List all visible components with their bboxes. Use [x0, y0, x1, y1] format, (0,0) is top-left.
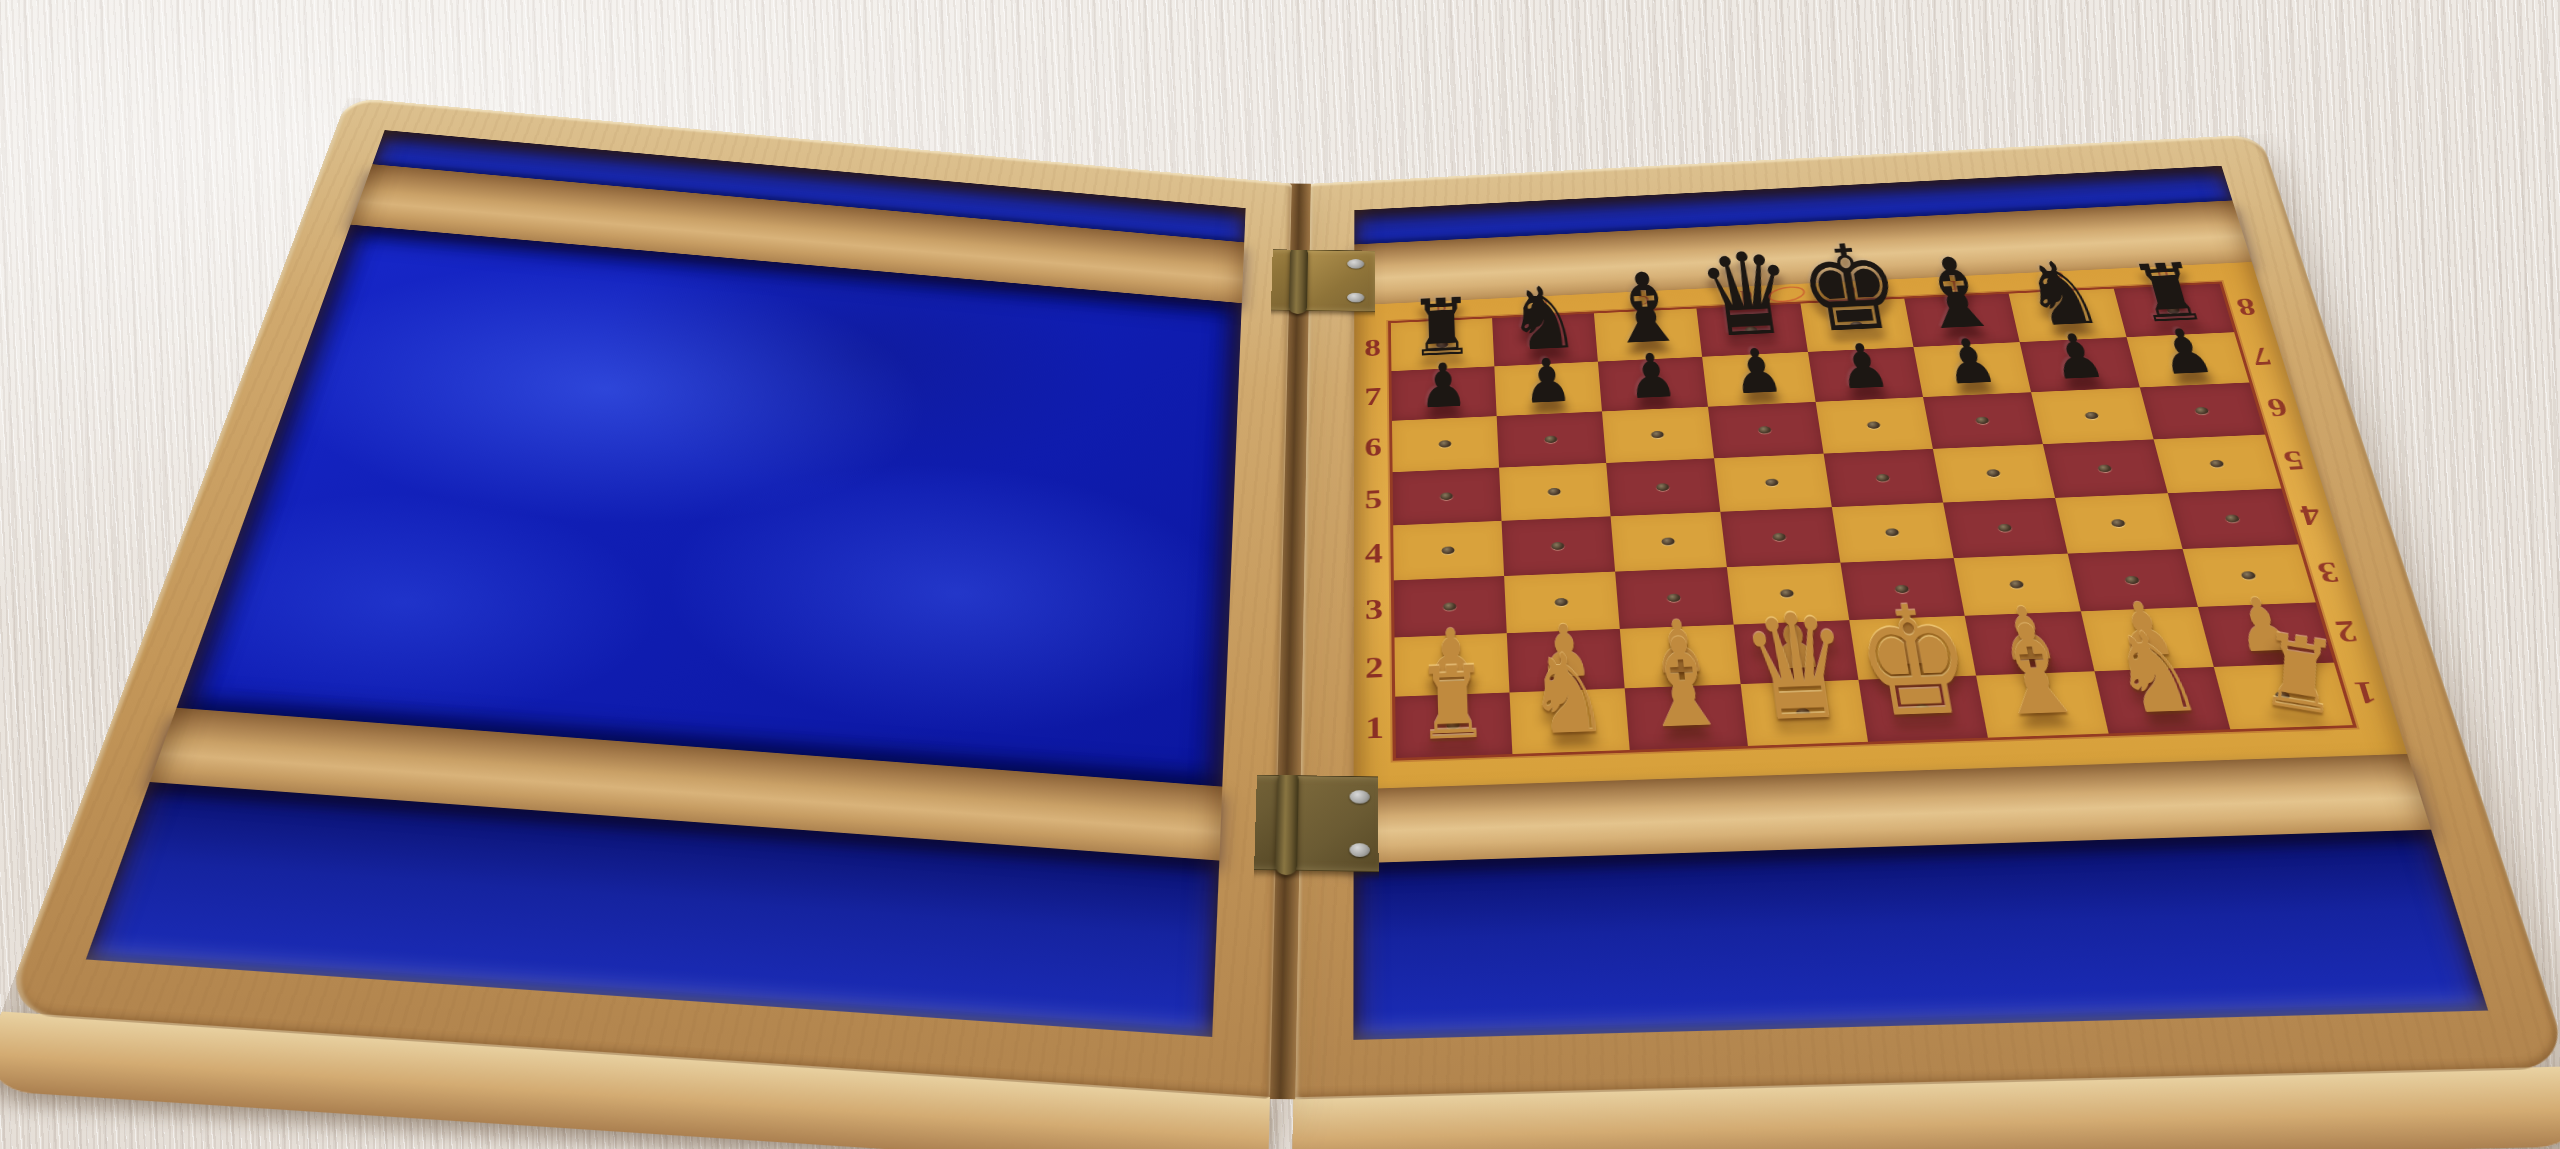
peg-hole: [1662, 537, 1676, 545]
peg-hole: [1443, 602, 1456, 610]
square-f5[interactable]: [1933, 444, 2055, 502]
square-e5[interactable]: [1823, 448, 1943, 506]
rank-labels-left: 87654321: [1354, 323, 1396, 759]
square-h7[interactable]: ♟: [2126, 332, 2249, 387]
peg-hole: [1997, 523, 2012, 531]
peg-hole: [2084, 411, 2099, 419]
square-g1[interactable]: ♞: [2094, 666, 2230, 733]
square-c6[interactable]: [1602, 406, 1714, 462]
rank-label-left-8: 8: [1354, 323, 1391, 373]
peg-hole: [1765, 478, 1779, 486]
square-b1[interactable]: ♞: [1510, 688, 1630, 754]
peg-hole: [1555, 597, 1569, 605]
peg-hole: [1866, 421, 1880, 429]
peg-hole: [2110, 519, 2125, 527]
square-b4[interactable]: [1502, 516, 1616, 576]
travel-chess-set-photo: abcdefgh 87654321 ♜♞♝♛♚♝♞♜♟♟♟♟♟♟♟♟♟♟♟♟♟♟…: [0, 0, 2560, 1149]
square-h6[interactable]: [2140, 382, 2265, 439]
square-h5[interactable]: [2153, 434, 2281, 493]
rank-label-left-5: 5: [1354, 472, 1393, 527]
peg-hole: [1884, 528, 1899, 536]
square-e4[interactable]: [1831, 502, 1953, 562]
rank-label-left-3: 3: [1354, 580, 1395, 639]
rank-label-left-7: 7: [1354, 371, 1392, 422]
peg-hole: [2224, 514, 2240, 522]
peg-hole: [1773, 532, 1787, 540]
square-a4[interactable]: [1393, 520, 1504, 580]
square-b6[interactable]: [1497, 411, 1607, 467]
peg-hole: [2009, 580, 2024, 589]
white-knight-b1[interactable]: ♞: [1524, 637, 1612, 750]
square-d4[interactable]: [1721, 507, 1840, 567]
black-pawn-b7[interactable]: ♟: [1521, 349, 1574, 412]
square-g4[interactable]: [2055, 493, 2183, 553]
rank-label-left-6: 6: [1354, 420, 1393, 473]
box-front-edge-right: [1292, 1066, 2560, 1149]
square-h1[interactable]: ♜: [2214, 662, 2353, 729]
black-pawn-d7[interactable]: ♟: [1728, 340, 1786, 403]
peg-hole: [1651, 430, 1664, 438]
square-b7[interactable]: ♟: [1494, 361, 1602, 416]
peg-hole: [1656, 483, 1670, 491]
black-pawn-a7[interactable]: ♟: [1418, 354, 1469, 417]
square-c4[interactable]: [1611, 511, 1727, 571]
rank-label-left-2: 2: [1354, 637, 1395, 698]
square-f4[interactable]: [1943, 497, 2068, 557]
square-g5[interactable]: [2043, 439, 2168, 498]
peg-hole: [2097, 464, 2112, 472]
square-d1[interactable]: ♛: [1741, 679, 1867, 745]
peg-hole: [1667, 593, 1681, 601]
peg-hole: [2240, 571, 2256, 580]
peg-hole: [1975, 416, 1989, 424]
square-c5[interactable]: [1606, 458, 1720, 516]
peg-hole: [1551, 541, 1564, 549]
square-g7[interactable]: ♟: [2019, 337, 2139, 392]
hinge-knuckle: [1289, 246, 1308, 314]
peg-hole: [1548, 487, 1561, 495]
white-queen-d1[interactable]: ♛: [1735, 594, 1863, 743]
square-h4[interactable]: [2168, 488, 2299, 549]
square-e1[interactable]: ♚: [1858, 675, 1988, 741]
black-pawn-c7[interactable]: ♟: [1624, 345, 1680, 408]
open-chess-box: abcdefgh 87654321 ♜♞♝♛♚♝♞♜♟♟♟♟♟♟♟♟♟♟♟♟♟♟…: [43, 171, 2536, 1120]
rank-label-left-1: 1: [1354, 696, 1396, 759]
square-d7[interactable]: ♟: [1702, 351, 1815, 406]
square-c1[interactable]: ♝: [1625, 684, 1748, 750]
peg-hole: [1986, 469, 2001, 477]
peg-hole: [1875, 473, 1889, 481]
square-c7[interactable]: ♟: [1598, 356, 1708, 411]
hinge-knuckle: [1275, 770, 1299, 875]
white-bishop-c1[interactable]: ♝: [1632, 621, 1735, 747]
peg-hole: [1439, 440, 1452, 448]
rank-label-left-4: 4: [1354, 525, 1394, 582]
square-f7[interactable]: ♟: [1913, 342, 2031, 397]
square-f6[interactable]: [1923, 392, 2043, 449]
white-rook-a1[interactable]: ♜: [1415, 652, 1491, 754]
square-f1[interactable]: ♝: [1976, 671, 2109, 737]
peg-hole: [1442, 546, 1455, 554]
square-a1[interactable]: ♜: [1395, 692, 1512, 758]
peg-hole: [2209, 459, 2224, 467]
peg-hole: [1545, 435, 1558, 443]
peg-hole: [2194, 406, 2209, 414]
square-a7[interactable]: ♟: [1391, 366, 1496, 420]
peg-hole: [2124, 575, 2140, 584]
square-e7[interactable]: ♟: [1807, 347, 1922, 402]
square-e6[interactable]: [1815, 397, 1932, 454]
peg-hole: [1758, 426, 1772, 434]
lid-velvet-lining: [177, 224, 1242, 786]
board-bottom-tray-velvet: [1353, 829, 2488, 1039]
square-d5[interactable]: [1714, 453, 1831, 511]
square-a6[interactable]: [1392, 416, 1499, 472]
peg-hole: [1440, 492, 1453, 500]
square-b5[interactable]: [1499, 462, 1611, 520]
square-a5[interactable]: [1393, 467, 1502, 525]
chess-board: abcdefgh 87654321 ♜♞♝♛♚♝♞♜♟♟♟♟♟♟♟♟♟♟♟♟♟♟…: [1354, 262, 2407, 789]
square-d6[interactable]: [1708, 401, 1823, 457]
board-grid: ♜♞♝♛♚♝♞♜♟♟♟♟♟♟♟♟♟♟♟♟♟♟♟♟♜♞♝♛♚♝♞♜: [1391, 283, 2353, 757]
square-g6[interactable]: [2031, 387, 2154, 444]
